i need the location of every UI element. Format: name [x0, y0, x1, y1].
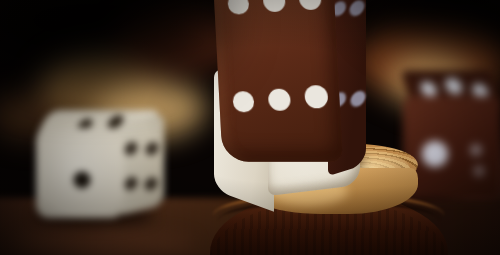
die-pip [350, 89, 365, 109]
die-pip [144, 176, 157, 192]
die-pip [268, 88, 291, 110]
die-front-face-six [210, 0, 343, 162]
die-pip [443, 78, 464, 94]
die-pip [73, 172, 90, 189]
die-pip [125, 175, 138, 191]
die-pip [419, 82, 439, 97]
table-light-streak [14, 232, 194, 254]
die-pip [349, 0, 364, 18]
die-pip [125, 140, 138, 156]
die-pip [145, 141, 158, 157]
die-pip [232, 91, 254, 112]
die-pip [227, 0, 249, 14]
die-pip [304, 85, 328, 108]
photo-dice-and-checkers [0, 0, 500, 255]
die-pip [422, 141, 448, 167]
die-pip [474, 165, 485, 176]
top-brown-die [200, 0, 405, 192]
die-pip [299, 0, 322, 10]
die-pip [470, 144, 482, 156]
die-right-face-four [120, 113, 164, 215]
die-pip [263, 0, 286, 12]
background-white-die [28, 104, 173, 226]
die-front-face-one [36, 128, 124, 218]
